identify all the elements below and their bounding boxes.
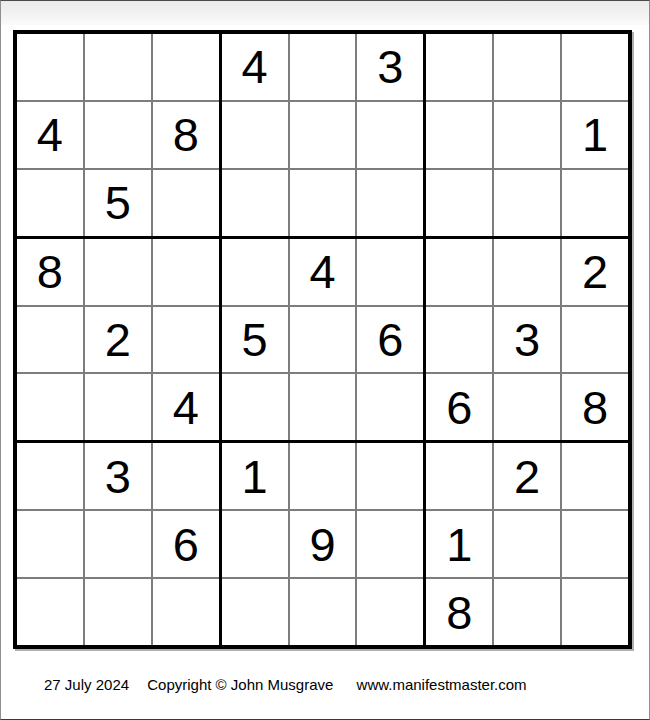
puzzle-page: 48543182445623683619218 27 July 2024 Cop… (0, 0, 650, 720)
cell-r3c5 (290, 170, 356, 236)
cell-r8c7: 1 (426, 511, 492, 577)
cell-r8c9 (562, 511, 628, 577)
footer-copyright: Copyright © John Musgrave (147, 676, 333, 693)
board-box-1-2: 43 (222, 34, 424, 236)
cell-r1c2 (85, 34, 151, 100)
cell-r7c4: 1 (222, 443, 288, 509)
cell-r2c7 (426, 102, 492, 168)
cell-r6c5 (290, 374, 356, 440)
cell-r4c7 (426, 239, 492, 305)
cell-r7c2: 3 (85, 443, 151, 509)
cell-r1c6: 3 (357, 34, 423, 100)
cell-r7c1 (17, 443, 83, 509)
cell-r1c8 (494, 34, 560, 100)
cell-r5c9 (562, 307, 628, 373)
cell-r2c2 (85, 102, 151, 168)
cell-r9c8 (494, 579, 560, 645)
cell-r1c7 (426, 34, 492, 100)
board-box-3-2: 19 (222, 443, 424, 645)
cell-r4c3 (153, 239, 219, 305)
cell-r4c9: 2 (562, 239, 628, 305)
cell-r5c6: 6 (357, 307, 423, 373)
cell-r4c8 (494, 239, 560, 305)
cell-r4c1: 8 (17, 239, 83, 305)
board-box-3-1: 36 (17, 443, 219, 645)
cell-r5c3 (153, 307, 219, 373)
cell-r2c6 (357, 102, 423, 168)
cell-r1c5 (290, 34, 356, 100)
cell-r5c8: 3 (494, 307, 560, 373)
cell-r9c1 (17, 579, 83, 645)
cell-r5c5 (290, 307, 356, 373)
cell-r9c9 (562, 579, 628, 645)
cell-r5c7 (426, 307, 492, 373)
cell-r7c3 (153, 443, 219, 509)
cell-r3c3 (153, 170, 219, 236)
footer: 27 July 2024 Copyright © John Musgrave w… (44, 676, 649, 693)
cell-r6c6 (357, 374, 423, 440)
cell-r9c2 (85, 579, 151, 645)
cell-r1c4: 4 (222, 34, 288, 100)
cell-r2c3: 8 (153, 102, 219, 168)
cell-r2c4 (222, 102, 288, 168)
cell-r8c2 (85, 511, 151, 577)
board-box-3-3: 218 (426, 443, 628, 645)
cell-r7c7 (426, 443, 492, 509)
cell-r6c3: 4 (153, 374, 219, 440)
cell-r8c3: 6 (153, 511, 219, 577)
cell-r5c4: 5 (222, 307, 288, 373)
cell-r6c9: 8 (562, 374, 628, 440)
footer-website: www.manifestmaster.com (357, 676, 527, 693)
cell-r7c8: 2 (494, 443, 560, 509)
cell-r8c8 (494, 511, 560, 577)
cell-r2c8 (494, 102, 560, 168)
cell-r4c4 (222, 239, 288, 305)
cell-r9c4 (222, 579, 288, 645)
cell-r3c2: 5 (85, 170, 151, 236)
cell-r7c6 (357, 443, 423, 509)
cell-r6c7: 6 (426, 374, 492, 440)
board-box-2-2: 456 (222, 239, 424, 441)
cell-r5c2: 2 (85, 307, 151, 373)
cell-r6c1 (17, 374, 83, 440)
cell-r9c3 (153, 579, 219, 645)
cell-r3c8 (494, 170, 560, 236)
cell-r4c2 (85, 239, 151, 305)
cell-r7c5 (290, 443, 356, 509)
cell-r6c2 (85, 374, 151, 440)
cell-r9c6 (357, 579, 423, 645)
cell-r2c5 (290, 102, 356, 168)
cell-r7c9 (562, 443, 628, 509)
cell-r4c6 (357, 239, 423, 305)
footer-date: 27 July 2024 (44, 676, 129, 693)
sudoku-board: 48543182445623683619218 (13, 30, 632, 649)
board-box-1-3: 1 (426, 34, 628, 236)
cell-r8c5: 9 (290, 511, 356, 577)
cell-r3c9 (562, 170, 628, 236)
cell-r8c6 (357, 511, 423, 577)
cell-r3c7 (426, 170, 492, 236)
cell-r2c9: 1 (562, 102, 628, 168)
cell-r2c1: 4 (17, 102, 83, 168)
cell-r3c1 (17, 170, 83, 236)
cell-r3c6 (357, 170, 423, 236)
cell-r1c1 (17, 34, 83, 100)
header-band (1, 1, 649, 25)
board-box-2-3: 2368 (426, 239, 628, 441)
board-box-2-1: 824 (17, 239, 219, 441)
cell-r1c3 (153, 34, 219, 100)
cell-r8c4 (222, 511, 288, 577)
cell-r4c5: 4 (290, 239, 356, 305)
cell-r8c1 (17, 511, 83, 577)
cell-r6c8 (494, 374, 560, 440)
cell-r9c7: 8 (426, 579, 492, 645)
cell-r1c9 (562, 34, 628, 100)
cell-r6c4 (222, 374, 288, 440)
cell-r5c1 (17, 307, 83, 373)
cell-r3c4 (222, 170, 288, 236)
cell-r9c5 (290, 579, 356, 645)
board-box-1-1: 485 (17, 34, 219, 236)
